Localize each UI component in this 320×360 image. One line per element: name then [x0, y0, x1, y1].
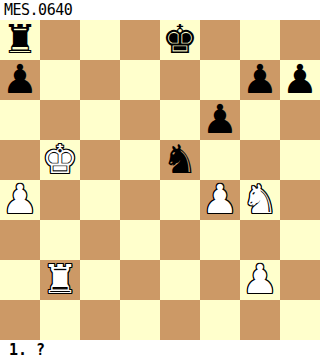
- square-h1[interactable]: [280, 300, 320, 340]
- square-b4[interactable]: [40, 180, 80, 220]
- square-e6[interactable]: [160, 100, 200, 140]
- square-e5[interactable]: ♞: [160, 140, 200, 180]
- square-h4[interactable]: [280, 180, 320, 220]
- square-h3[interactable]: [280, 220, 320, 260]
- chess-puzzle-window: MES.0640 ♜♚♟♟♟♟♚♞♟♟♞♜♟ 1. ?: [0, 0, 320, 360]
- white-pawn: ♟: [2, 179, 38, 219]
- square-g3[interactable]: [240, 220, 280, 260]
- square-a1[interactable]: [0, 300, 40, 340]
- black-rook: ♜: [2, 19, 38, 59]
- square-a4[interactable]: ♟: [0, 180, 40, 220]
- square-g6[interactable]: [240, 100, 280, 140]
- square-g8[interactable]: [240, 20, 280, 60]
- puzzle-title: MES.0640: [0, 0, 320, 20]
- square-b1[interactable]: [40, 300, 80, 340]
- square-f6[interactable]: ♟: [200, 100, 240, 140]
- black-pawn: ♟: [282, 59, 318, 99]
- square-c3[interactable]: [80, 220, 120, 260]
- move-prompt: 1. ?: [0, 340, 320, 360]
- square-d5[interactable]: [120, 140, 160, 180]
- chess-board: ♜♚♟♟♟♟♚♞♟♟♞♜♟: [0, 20, 320, 340]
- square-b7[interactable]: [40, 60, 80, 100]
- square-c6[interactable]: [80, 100, 120, 140]
- square-b6[interactable]: [40, 100, 80, 140]
- square-d8[interactable]: [120, 20, 160, 60]
- square-b3[interactable]: [40, 220, 80, 260]
- black-pawn: ♟: [2, 59, 38, 99]
- square-h8[interactable]: [280, 20, 320, 60]
- square-f3[interactable]: [200, 220, 240, 260]
- square-e4[interactable]: [160, 180, 200, 220]
- black-knight: ♞: [162, 139, 198, 179]
- square-b8[interactable]: [40, 20, 80, 60]
- square-d6[interactable]: [120, 100, 160, 140]
- square-e7[interactable]: [160, 60, 200, 100]
- square-d3[interactable]: [120, 220, 160, 260]
- square-c4[interactable]: [80, 180, 120, 220]
- square-a5[interactable]: [0, 140, 40, 180]
- white-rook: ♜: [42, 259, 78, 299]
- square-c1[interactable]: [80, 300, 120, 340]
- square-f7[interactable]: [200, 60, 240, 100]
- black-pawn: ♟: [242, 59, 278, 99]
- square-a7[interactable]: ♟: [0, 60, 40, 100]
- square-f5[interactable]: [200, 140, 240, 180]
- black-pawn: ♟: [202, 99, 238, 139]
- square-f1[interactable]: [200, 300, 240, 340]
- square-g4[interactable]: ♞: [240, 180, 280, 220]
- square-g5[interactable]: [240, 140, 280, 180]
- square-d2[interactable]: [120, 260, 160, 300]
- square-d4[interactable]: [120, 180, 160, 220]
- square-c8[interactable]: [80, 20, 120, 60]
- white-king: ♚: [42, 139, 78, 179]
- square-d1[interactable]: [120, 300, 160, 340]
- square-f4[interactable]: ♟: [200, 180, 240, 220]
- square-e8[interactable]: ♚: [160, 20, 200, 60]
- square-a3[interactable]: [0, 220, 40, 260]
- square-h6[interactable]: [280, 100, 320, 140]
- white-pawn: ♟: [242, 259, 278, 299]
- square-b2[interactable]: ♜: [40, 260, 80, 300]
- square-h7[interactable]: ♟: [280, 60, 320, 100]
- square-d7[interactable]: [120, 60, 160, 100]
- square-a8[interactable]: ♜: [0, 20, 40, 60]
- square-h2[interactable]: [280, 260, 320, 300]
- square-h5[interactable]: [280, 140, 320, 180]
- square-e1[interactable]: [160, 300, 200, 340]
- square-g2[interactable]: ♟: [240, 260, 280, 300]
- white-pawn: ♟: [202, 179, 238, 219]
- square-f8[interactable]: [200, 20, 240, 60]
- black-king: ♚: [162, 19, 198, 59]
- square-b5[interactable]: ♚: [40, 140, 80, 180]
- square-g1[interactable]: [240, 300, 280, 340]
- square-a2[interactable]: [0, 260, 40, 300]
- square-c7[interactable]: [80, 60, 120, 100]
- square-e3[interactable]: [160, 220, 200, 260]
- square-a6[interactable]: [0, 100, 40, 140]
- square-c5[interactable]: [80, 140, 120, 180]
- square-g7[interactable]: ♟: [240, 60, 280, 100]
- square-c2[interactable]: [80, 260, 120, 300]
- square-f2[interactable]: [200, 260, 240, 300]
- square-e2[interactable]: [160, 260, 200, 300]
- white-knight: ♞: [242, 179, 278, 219]
